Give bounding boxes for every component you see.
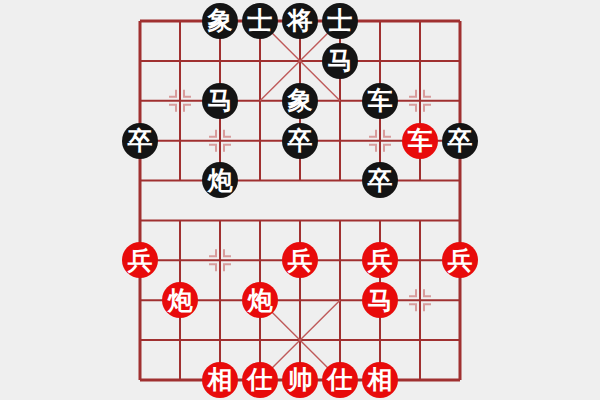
- piece-red-advisor-d1[interactable]: 仕: [242, 362, 278, 398]
- point-c8[interactable]: 马: [200, 81, 240, 121]
- xiangqi-diagram: 象士将士马马象车卒卒车卒炮卒兵兵兵兵炮炮马相仕帅仕相: [0, 0, 600, 400]
- point-g3[interactable]: 马: [360, 280, 400, 320]
- point-d2[interactable]: [240, 320, 280, 360]
- point-c3[interactable]: [200, 280, 240, 320]
- point-d1[interactable]: 仕: [240, 360, 280, 400]
- piece-black-soldier-a7[interactable]: 卒: [122, 123, 158, 159]
- point-c7[interactable]: [200, 121, 240, 161]
- xiangqi-board: 象士将士马马象车卒卒车卒炮卒兵兵兵兵炮炮马相仕帅仕相: [120, 1, 480, 400]
- point-e5[interactable]: [280, 200, 320, 240]
- piece-red-cannon-b3[interactable]: 炮: [162, 282, 198, 318]
- point-a7[interactable]: 卒: [120, 121, 160, 161]
- piece-red-soldier-a4[interactable]: 兵: [122, 242, 158, 278]
- point-e10[interactable]: 将: [280, 1, 320, 41]
- point-h8[interactable]: [400, 81, 440, 121]
- point-f4[interactable]: [320, 240, 360, 280]
- point-g9[interactable]: [360, 41, 400, 81]
- point-g8[interactable]: 车: [360, 81, 400, 121]
- piece-red-cannon-d3[interactable]: 炮: [242, 282, 278, 318]
- point-d10[interactable]: 士: [240, 1, 280, 41]
- piece-black-advisor-f10[interactable]: 士: [322, 3, 358, 39]
- point-i8[interactable]: [440, 81, 480, 121]
- piece-black-soldier-g6[interactable]: 卒: [362, 162, 398, 198]
- point-h7[interactable]: 车: [400, 121, 440, 161]
- piece-red-soldier-e4[interactable]: 兵: [282, 242, 318, 278]
- point-d6[interactable]: [240, 161, 280, 201]
- point-d7[interactable]: [240, 121, 280, 161]
- point-h2[interactable]: [400, 320, 440, 360]
- point-f6[interactable]: [320, 161, 360, 201]
- point-c9[interactable]: [200, 41, 240, 81]
- point-b1[interactable]: [160, 360, 200, 400]
- point-a2[interactable]: [120, 320, 160, 360]
- piece-black-soldier-e7[interactable]: 卒: [282, 123, 318, 159]
- piece-red-elephant-c1[interactable]: 相: [202, 362, 238, 398]
- piece-red-horse-g3[interactable]: 马: [362, 282, 398, 318]
- point-e8[interactable]: 象: [280, 81, 320, 121]
- point-b4[interactable]: [160, 240, 200, 280]
- point-i6[interactable]: [440, 161, 480, 201]
- point-a3[interactable]: [120, 280, 160, 320]
- point-c2[interactable]: [200, 320, 240, 360]
- point-e7[interactable]: 卒: [280, 121, 320, 161]
- point-c5[interactable]: [200, 200, 240, 240]
- piece-black-soldier-i7[interactable]: 卒: [442, 123, 478, 159]
- point-a10[interactable]: [120, 1, 160, 41]
- point-i1[interactable]: [440, 360, 480, 400]
- point-h9[interactable]: [400, 41, 440, 81]
- piece-red-soldier-g4[interactable]: 兵: [362, 242, 398, 278]
- point-d4[interactable]: [240, 240, 280, 280]
- point-b6[interactable]: [160, 161, 200, 201]
- point-g6[interactable]: 卒: [360, 161, 400, 201]
- piece-black-chariot-g8[interactable]: 车: [362, 83, 398, 119]
- point-a4[interactable]: 兵: [120, 240, 160, 280]
- point-g5[interactable]: [360, 200, 400, 240]
- point-e4[interactable]: 兵: [280, 240, 320, 280]
- point-f9[interactable]: 马: [320, 41, 360, 81]
- point-f7[interactable]: [320, 121, 360, 161]
- point-b2[interactable]: [160, 320, 200, 360]
- point-d5[interactable]: [240, 200, 280, 240]
- point-h3[interactable]: [400, 280, 440, 320]
- point-c1[interactable]: 相: [200, 360, 240, 400]
- piece-red-chariot-h7[interactable]: 车: [402, 123, 438, 159]
- point-h4[interactable]: [400, 240, 440, 280]
- point-i3[interactable]: [440, 280, 480, 320]
- point-e2[interactable]: [280, 320, 320, 360]
- point-i10[interactable]: [440, 1, 480, 41]
- point-h6[interactable]: [400, 161, 440, 201]
- point-i7[interactable]: 卒: [440, 121, 480, 161]
- point-i9[interactable]: [440, 41, 480, 81]
- piece-black-general-e10[interactable]: 将: [282, 3, 318, 39]
- point-g1[interactable]: 相: [360, 360, 400, 400]
- point-b8[interactable]: [160, 81, 200, 121]
- point-g2[interactable]: [360, 320, 400, 360]
- piece-red-soldier-i4[interactable]: 兵: [442, 242, 478, 278]
- point-f2[interactable]: [320, 320, 360, 360]
- point-b5[interactable]: [160, 200, 200, 240]
- point-c10[interactable]: 象: [200, 1, 240, 41]
- point-d9[interactable]: [240, 41, 280, 81]
- point-a1[interactable]: [120, 360, 160, 400]
- piece-black-elephant-e8[interactable]: 象: [282, 83, 318, 119]
- point-c6[interactable]: 炮: [200, 161, 240, 201]
- point-b7[interactable]: [160, 121, 200, 161]
- piece-black-horse-f9[interactable]: 马: [322, 43, 358, 79]
- point-f5[interactable]: [320, 200, 360, 240]
- piece-red-advisor-f1[interactable]: 仕: [322, 362, 358, 398]
- point-h1[interactable]: [400, 360, 440, 400]
- piece-black-cannon-c6[interactable]: 炮: [202, 162, 238, 198]
- point-a9[interactable]: [120, 41, 160, 81]
- point-b10[interactable]: [160, 1, 200, 41]
- piece-black-elephant-c10[interactable]: 象: [202, 3, 238, 39]
- point-e1[interactable]: 帅: [280, 360, 320, 400]
- point-d3[interactable]: 炮: [240, 280, 280, 320]
- point-e9[interactable]: [280, 41, 320, 81]
- point-f1[interactable]: 仕: [320, 360, 360, 400]
- point-h5[interactable]: [400, 200, 440, 240]
- point-g4[interactable]: 兵: [360, 240, 400, 280]
- point-b3[interactable]: 炮: [160, 280, 200, 320]
- point-g7[interactable]: [360, 121, 400, 161]
- point-h10[interactable]: [400, 1, 440, 41]
- point-d8[interactable]: [240, 81, 280, 121]
- piece-black-horse-c8[interactable]: 马: [202, 83, 238, 119]
- piece-red-general-e1[interactable]: 帅: [282, 362, 318, 398]
- point-c4[interactable]: [200, 240, 240, 280]
- point-i2[interactable]: [440, 320, 480, 360]
- point-g10[interactable]: [360, 1, 400, 41]
- point-f3[interactable]: [320, 280, 360, 320]
- piece-black-advisor-d10[interactable]: 士: [242, 3, 278, 39]
- point-e6[interactable]: [280, 161, 320, 201]
- piece-red-elephant-g1[interactable]: 相: [362, 362, 398, 398]
- point-a6[interactable]: [120, 161, 160, 201]
- point-e3[interactable]: [280, 280, 320, 320]
- point-f10[interactable]: 士: [320, 1, 360, 41]
- point-f8[interactable]: [320, 81, 360, 121]
- point-b9[interactable]: [160, 41, 200, 81]
- point-i4[interactable]: 兵: [440, 240, 480, 280]
- point-i5[interactable]: [440, 200, 480, 240]
- point-a5[interactable]: [120, 200, 160, 240]
- point-a8[interactable]: [120, 81, 160, 121]
